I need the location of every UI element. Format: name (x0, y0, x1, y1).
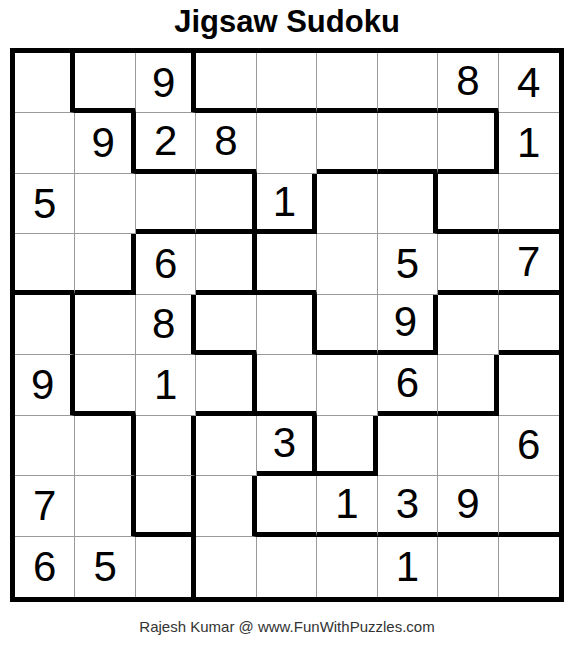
grid-cell-r5c6[interactable] (317, 295, 377, 355)
grid-cell-r1c9[interactable]: 4 (499, 53, 559, 113)
grid-cell-r8c8[interactable]: 9 (438, 476, 498, 536)
given-digit: 4 (517, 59, 540, 107)
grid-cell-r5c5[interactable] (257, 295, 317, 355)
grid-cell-r5c9[interactable] (499, 295, 559, 355)
given-digit: 8 (214, 117, 237, 165)
given-digit: 8 (152, 300, 175, 348)
grid-cell-r4c6[interactable] (317, 234, 377, 294)
grid-cell-r1c4[interactable] (196, 53, 256, 113)
grid-cell-r2c6[interactable] (317, 113, 377, 173)
grid-cell-r9c1[interactable]: 6 (15, 537, 75, 597)
grid-cell-r1c1[interactable] (15, 53, 75, 113)
given-digit: 1 (396, 543, 419, 591)
given-digit: 5 (93, 543, 116, 591)
grid-cell-r9c5[interactable] (257, 537, 317, 597)
grid-cell-r9c9[interactable] (499, 537, 559, 597)
grid-cell-r7c7[interactable] (378, 416, 438, 476)
grid-cell-r4c1[interactable] (15, 234, 75, 294)
given-digit: 3 (273, 419, 296, 467)
jigsaw-sudoku-page: Jigsaw Sudoku 98492815165789916367139651… (0, 0, 574, 647)
grid-cell-r6c5[interactable] (257, 355, 317, 415)
grid-cell-r3c8[interactable] (438, 174, 498, 234)
grid-cell-r2c9[interactable]: 1 (499, 113, 559, 173)
grid-cell-r2c4[interactable]: 8 (196, 113, 256, 173)
given-digit: 6 (517, 421, 540, 469)
grid-cell-r5c7[interactable]: 9 (378, 295, 438, 355)
given-digit: 5 (396, 240, 419, 288)
grid-cell-r8c7[interactable]: 3 (378, 476, 438, 536)
grid-cell-r6c2[interactable] (75, 355, 135, 415)
grid-cell-r9c2[interactable]: 5 (75, 537, 135, 597)
grid-cell-r6c8[interactable] (438, 355, 498, 415)
grid-cell-r7c2[interactable] (75, 416, 135, 476)
given-digit: 2 (154, 117, 177, 165)
grid-cell-r7c8[interactable] (438, 416, 498, 476)
given-digit: 9 (152, 59, 175, 107)
grid-cell-r7c4[interactable] (196, 416, 256, 476)
grid-cell-r2c5[interactable] (257, 113, 317, 173)
grid-cell-r8c1[interactable]: 7 (15, 476, 75, 536)
given-digit: 6 (154, 240, 177, 288)
grid-cell-r5c8[interactable] (438, 295, 498, 355)
credit-text: Rajesh Kumar @ www.FunWithPuzzles.com (0, 618, 574, 635)
given-digit: 9 (91, 119, 114, 167)
grid-cell-r4c7[interactable]: 5 (378, 234, 438, 294)
grid-cell-r4c2[interactable] (75, 234, 135, 294)
grid-cell-r4c5[interactable] (257, 234, 317, 294)
grid-cell-r1c3[interactable]: 9 (136, 53, 196, 113)
grid-cell-r9c7[interactable]: 1 (378, 537, 438, 597)
grid-cell-r6c6[interactable] (317, 355, 377, 415)
grid-cell-r4c3[interactable]: 6 (136, 234, 196, 294)
grid-cell-r8c6[interactable]: 1 (317, 476, 377, 536)
given-digit: 9 (456, 480, 479, 528)
grid-cell-r2c7[interactable] (378, 113, 438, 173)
given-digit: 9 (31, 361, 54, 409)
sudoku-grid: 98492815165789916367139651 (10, 48, 564, 602)
grid-cell-r5c1[interactable] (15, 295, 75, 355)
grid-cell-r1c2[interactable] (75, 53, 135, 113)
given-digit: 7 (517, 238, 540, 286)
page-title: Jigsaw Sudoku (0, 4, 574, 40)
given-digit: 6 (33, 543, 56, 591)
grid-cell-r3c2[interactable] (75, 174, 135, 234)
grid-cell-r1c6[interactable] (317, 53, 377, 113)
grid-cell-r7c5[interactable]: 3 (257, 416, 317, 476)
grid-cell-r3c1[interactable]: 5 (15, 174, 75, 234)
grid-cell-r3c7[interactable] (378, 174, 438, 234)
grid-cell-r6c9[interactable] (499, 355, 559, 415)
given-digit: 1 (517, 119, 540, 167)
grid-cell-r6c4[interactable] (196, 355, 256, 415)
grid-cell-r8c3[interactable] (136, 476, 196, 536)
grid-cell-r2c2[interactable]: 9 (75, 113, 135, 173)
grid-cell-r9c4[interactable] (196, 537, 256, 597)
grid-cell-r8c9[interactable] (499, 476, 559, 536)
grid-cell-r3c9[interactable] (499, 174, 559, 234)
given-digit: 1 (335, 480, 358, 528)
grid-cell-r7c9[interactable]: 6 (499, 416, 559, 476)
grid-cell-r9c8[interactable] (438, 537, 498, 597)
grid-cell-r2c3[interactable]: 2 (136, 113, 196, 173)
grid-cell-r3c4[interactable] (196, 174, 256, 234)
grid-cell-r4c8[interactable] (438, 234, 498, 294)
grid-cell-r5c3[interactable]: 8 (136, 295, 196, 355)
grid-cell-r1c7[interactable] (378, 53, 438, 113)
grid-cell-r9c6[interactable] (317, 537, 377, 597)
grid-cell-r2c1[interactable] (15, 113, 75, 173)
grid-cell-r7c6[interactable] (317, 416, 377, 476)
grid-cell-r5c4[interactable] (196, 295, 256, 355)
given-digit: 8 (456, 57, 479, 105)
grid-cell-r7c3[interactable] (136, 416, 196, 476)
grid-cell-r6c3[interactable]: 1 (136, 355, 196, 415)
given-digit: 1 (273, 178, 296, 226)
grid-cell-r3c6[interactable] (317, 174, 377, 234)
grid-cell-r6c7[interactable]: 6 (378, 355, 438, 415)
given-digit: 7 (33, 482, 56, 530)
given-digit: 9 (394, 298, 417, 346)
grid-cell-r8c2[interactable] (75, 476, 135, 536)
given-digit: 6 (396, 359, 419, 407)
grid-cell-r5c2[interactable] (75, 295, 135, 355)
given-digit: 3 (396, 480, 419, 528)
grid-cell-r3c3[interactable] (136, 174, 196, 234)
grid-cell-r4c4[interactable] (196, 234, 256, 294)
grid-cell-r6c1[interactable]: 9 (15, 355, 75, 415)
grid-cell-r3c5[interactable]: 1 (257, 174, 317, 234)
grid-cell-r1c8[interactable]: 8 (438, 53, 498, 113)
grid-cell-r4c9[interactable]: 7 (499, 234, 559, 294)
grid-cell-r9c3[interactable] (136, 537, 196, 597)
grid-cell-r1c5[interactable] (257, 53, 317, 113)
grid-cell-r7c1[interactable] (15, 416, 75, 476)
grid-cell-r8c4[interactable] (196, 476, 256, 536)
grid-cell-r2c8[interactable] (438, 113, 498, 173)
grid-cell-r8c5[interactable] (257, 476, 317, 536)
given-digit: 1 (154, 361, 177, 409)
given-digit: 5 (33, 180, 56, 228)
